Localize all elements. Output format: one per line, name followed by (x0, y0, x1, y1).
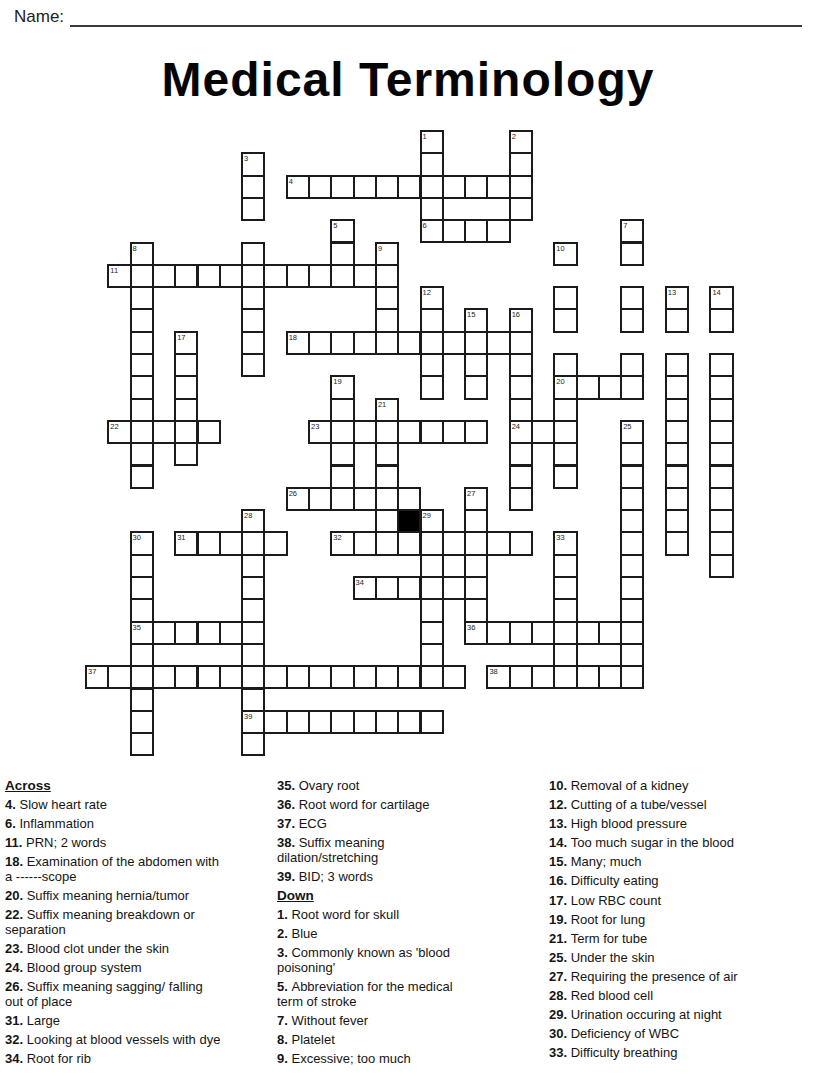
grid-cell[interactable] (420, 598, 444, 622)
grid-cell[interactable]: 22 (107, 420, 131, 444)
down-header: Down (277, 889, 541, 904)
grid-cell[interactable]: 26 (286, 487, 310, 511)
grid-cell[interactable] (576, 375, 600, 399)
cell-number: 23 (311, 422, 319, 431)
grid-cell[interactable] (130, 688, 154, 712)
grid-cell[interactable] (620, 576, 644, 600)
grid-cell[interactable] (375, 420, 399, 444)
grid-cell[interactable] (620, 531, 644, 555)
grid-cell[interactable] (420, 197, 444, 221)
grid-cell[interactable] (442, 665, 466, 689)
grid-cell[interactable] (353, 175, 377, 199)
grid-cell[interactable] (152, 420, 176, 444)
grid-cell[interactable] (241, 308, 265, 332)
grid-cell[interactable] (509, 621, 533, 645)
grid-cell[interactable] (620, 487, 644, 511)
cell-number: 3 (244, 154, 248, 163)
grid-cell[interactable] (130, 398, 154, 422)
grid-cell[interactable] (353, 264, 377, 288)
grid-cell[interactable] (130, 420, 154, 444)
cell-number: 35 (133, 623, 141, 632)
grid-cell[interactable] (330, 398, 354, 422)
grid-cell[interactable] (620, 286, 644, 310)
grid-cell[interactable] (263, 531, 287, 555)
grid-cell[interactable] (709, 420, 733, 444)
grid-cell[interactable] (174, 665, 198, 689)
grid-cell[interactable] (286, 264, 310, 288)
grid-cell[interactable] (130, 375, 154, 399)
grid-cell[interactable] (598, 621, 622, 645)
grid-cell[interactable] (509, 665, 533, 689)
grid-cell[interactable] (397, 665, 421, 689)
grid-cell[interactable] (375, 308, 399, 332)
grid-cell[interactable] (442, 219, 466, 243)
grid-cell[interactable] (308, 665, 332, 689)
grid-cell[interactable]: 11 (107, 264, 131, 288)
grid-cell[interactable]: 21 (375, 398, 399, 422)
grid-cell[interactable] (620, 643, 644, 667)
grid-cell[interactable] (219, 531, 243, 555)
grid-cell[interactable]: 25 (620, 420, 644, 444)
grid-cell[interactable] (509, 353, 533, 377)
grid-cell[interactable] (509, 531, 533, 555)
grid-cell[interactable] (531, 621, 555, 645)
grid-cell[interactable] (107, 665, 131, 689)
grid-cell[interactable]: 36 (464, 621, 488, 645)
clue-across-37: 37. ECG (277, 817, 541, 832)
grid-cell[interactable] (420, 152, 444, 176)
grid-cell[interactable] (709, 465, 733, 489)
grid-cell[interactable] (576, 621, 600, 645)
grid-cell[interactable] (464, 219, 488, 243)
grid-cell[interactable] (553, 665, 577, 689)
grid-cell[interactable] (709, 398, 733, 422)
clue-down-27: 27. Requiring the presence of air (549, 970, 813, 985)
grid-cell[interactable] (241, 598, 265, 622)
grid-cell[interactable] (553, 576, 577, 600)
grid-cell[interactable] (464, 509, 488, 533)
grid-cell[interactable] (665, 398, 689, 422)
grid-cell[interactable]: 4 (286, 175, 310, 199)
grid-cell[interactable] (174, 375, 198, 399)
grid-cell[interactable] (263, 264, 287, 288)
grid-cell[interactable] (553, 598, 577, 622)
grid-cell[interactable] (219, 264, 243, 288)
grid-cell[interactable]: 24 (509, 420, 533, 444)
clue-across-18: 18. Examination of the abdomen witha ---… (5, 855, 269, 884)
grid-cell[interactable] (375, 175, 399, 199)
grid-cell[interactable] (286, 665, 310, 689)
grid-cell[interactable] (130, 710, 154, 734)
clue-down-3: 3. Commonly known as 'bloodpoisoning' (277, 946, 541, 975)
grid-cell[interactable]: 6 (420, 219, 444, 243)
grid-cell[interactable] (241, 197, 265, 221)
grid-cell[interactable] (397, 531, 421, 555)
grid-cell[interactable] (665, 420, 689, 444)
grid-cell[interactable] (709, 353, 733, 377)
grid-cell[interactable]: 33 (553, 531, 577, 555)
grid-cell[interactable] (174, 621, 198, 645)
grid-cell[interactable] (330, 264, 354, 288)
grid-cell[interactable] (620, 442, 644, 466)
grid-cell[interactable] (420, 353, 444, 377)
clue-down-21: 21. Term for tube (549, 932, 813, 947)
grid-cell[interactable] (353, 331, 377, 355)
grid-cell[interactable]: 14 (709, 286, 733, 310)
grid-cell[interactable] (509, 465, 533, 489)
grid-cell[interactable] (709, 442, 733, 466)
grid-cell[interactable] (620, 621, 644, 645)
grid-cell[interactable] (509, 197, 533, 221)
grid-cell[interactable] (553, 353, 577, 377)
name-input-line[interactable] (70, 6, 802, 27)
grid-cell[interactable] (397, 576, 421, 600)
grid-cell[interactable] (620, 509, 644, 533)
grid-cell[interactable] (152, 264, 176, 288)
grid-cell[interactable] (464, 331, 488, 355)
grid-cell[interactable] (241, 175, 265, 199)
cell-number: 34 (356, 578, 364, 587)
clue-across-20: 20. Suffix meaning hernia/tumor (5, 889, 269, 904)
grid-cell[interactable] (620, 308, 644, 332)
clue-across-11: 11. PRN; 2 words (5, 836, 269, 851)
grid-cell[interactable] (241, 688, 265, 712)
grid-cell[interactable] (620, 465, 644, 489)
grid-cell[interactable] (420, 621, 444, 645)
grid-cell[interactable] (553, 554, 577, 578)
grid-cell[interactable]: 19 (330, 375, 354, 399)
grid-cell[interactable]: 23 (308, 420, 332, 444)
grid-cell[interactable] (420, 710, 444, 734)
grid-cell[interactable] (174, 264, 198, 288)
grid-cell[interactable] (375, 710, 399, 734)
grid-cell[interactable]: 5 (330, 219, 354, 243)
clue-across-31: 31. Large (5, 1014, 269, 1029)
clue-across-35: 35. Ovary root (277, 779, 541, 794)
grid-cell[interactable] (509, 175, 533, 199)
grid-cell[interactable] (486, 331, 510, 355)
grid-cell[interactable] (509, 398, 533, 422)
grid-cell[interactable] (375, 509, 399, 533)
grid-cell[interactable] (353, 420, 377, 444)
cell-number: 27 (467, 489, 475, 498)
black-cell (397, 509, 421, 533)
cell-number: 8 (133, 244, 137, 253)
grid-cell[interactable] (464, 175, 488, 199)
grid-cell[interactable] (420, 331, 444, 355)
cell-number: 17 (177, 333, 185, 342)
grid-cell[interactable] (330, 710, 354, 734)
grid-cell[interactable] (174, 353, 198, 377)
grid-cell[interactable]: 30 (130, 531, 154, 555)
grid-cell[interactable] (665, 353, 689, 377)
grid-cell[interactable]: 38 (486, 665, 510, 689)
grid-cell[interactable]: 1 (420, 130, 444, 154)
grid-cell[interactable]: 13 (665, 286, 689, 310)
grid-cell[interactable] (598, 665, 622, 689)
grid-cell[interactable]: 39 (241, 710, 265, 734)
grid-cell[interactable] (420, 175, 444, 199)
grid-cell[interactable] (330, 331, 354, 355)
grid-cell[interactable] (553, 398, 577, 422)
clue-across-4: 4. Slow heart rate (5, 798, 269, 813)
grid-cell[interactable] (152, 665, 176, 689)
grid-cell[interactable] (442, 420, 466, 444)
grid-cell[interactable]: 9 (375, 242, 399, 266)
grid-cell[interactable] (330, 665, 354, 689)
grid-cell[interactable] (509, 152, 533, 176)
grid-cell[interactable] (464, 353, 488, 377)
grid-cell[interactable] (130, 732, 154, 756)
grid-cell[interactable] (397, 331, 421, 355)
grid-cell[interactable] (174, 420, 198, 444)
grid-cell[interactable] (197, 420, 221, 444)
grid-cell[interactable] (375, 286, 399, 310)
grid-cell[interactable] (130, 576, 154, 600)
grid-cell[interactable] (330, 487, 354, 511)
grid-cell[interactable]: 29 (420, 509, 444, 533)
grid-cell[interactable] (665, 375, 689, 399)
grid-cell[interactable] (130, 442, 154, 466)
grid-cell[interactable] (219, 665, 243, 689)
grid-cell[interactable] (353, 665, 377, 689)
clue-down-28: 28. Red blood cell (549, 989, 813, 1004)
grid-cell[interactable]: 2 (509, 130, 533, 154)
grid-cell[interactable] (709, 375, 733, 399)
grid-cell[interactable] (308, 264, 332, 288)
grid-cell[interactable]: 7 (620, 219, 644, 243)
grid-cell[interactable] (442, 576, 466, 600)
grid-cell[interactable]: 16 (509, 308, 533, 332)
grid-cell[interactable] (709, 554, 733, 578)
grid-cell[interactable] (375, 442, 399, 466)
grid-cell[interactable] (130, 554, 154, 578)
grid-cell[interactable] (152, 621, 176, 645)
grid-cell[interactable] (620, 375, 644, 399)
grid-cell[interactable]: 17 (174, 331, 198, 355)
grid-cell[interactable] (353, 710, 377, 734)
grid-cell[interactable] (241, 264, 265, 288)
clue-down-30: 30. Deficiency of WBC (549, 1027, 813, 1042)
grid-cell[interactable] (353, 531, 377, 555)
grid-cell[interactable]: 28 (241, 509, 265, 533)
cell-number: 18 (289, 333, 297, 342)
grid-cell[interactable] (241, 665, 265, 689)
cell-number: 20 (556, 377, 564, 386)
grid-cell[interactable]: 34 (353, 576, 377, 600)
grid-cell[interactable]: 37 (85, 665, 109, 689)
grid-cell[interactable] (420, 308, 444, 332)
grid-cell[interactable] (620, 242, 644, 266)
grid-cell[interactable] (709, 487, 733, 511)
grid-cell[interactable] (420, 643, 444, 667)
grid-cell[interactable] (397, 175, 421, 199)
grid-cell[interactable] (464, 375, 488, 399)
grid-cell[interactable] (397, 487, 421, 511)
grid-cell[interactable] (709, 308, 733, 332)
clue-across-6: 6. Inflammation (5, 817, 269, 832)
grid-cell[interactable] (241, 576, 265, 600)
grid-cell[interactable] (620, 554, 644, 578)
clue-down-17: 17. Low RBC count (549, 894, 813, 909)
grid-cell[interactable] (598, 375, 622, 399)
grid-cell[interactable] (241, 621, 265, 645)
grid-cell[interactable] (308, 331, 332, 355)
grid-cell[interactable] (509, 442, 533, 466)
grid-cell[interactable] (420, 576, 444, 600)
across-clues-col2: 35. Ovary root36. Root word for cartilag… (277, 779, 541, 885)
grid-cell[interactable] (420, 420, 444, 444)
grid-cell[interactable]: 32 (330, 531, 354, 555)
grid-cell[interactable]: 8 (130, 242, 154, 266)
grid-cell[interactable] (263, 665, 287, 689)
grid-cell[interactable] (130, 286, 154, 310)
cell-number: 4 (289, 177, 293, 186)
grid-cell[interactable]: 12 (420, 286, 444, 310)
grid-cell[interactable] (286, 710, 310, 734)
grid-cell[interactable] (375, 665, 399, 689)
cell-number: 31 (177, 533, 185, 542)
grid-cell[interactable]: 10 (553, 242, 577, 266)
clue-down-7: 7. Without fever (277, 1014, 541, 1029)
grid-cell[interactable] (620, 665, 644, 689)
grid-cell[interactable] (464, 598, 488, 622)
grid-cell[interactable] (197, 531, 221, 555)
grid-cell[interactable] (531, 665, 555, 689)
grid-cell[interactable] (308, 487, 332, 511)
grid-cell[interactable] (486, 219, 510, 243)
grid-cell[interactable] (709, 531, 733, 555)
clue-column-1: Across 4. Slow heart rate6. Inflammation… (5, 779, 269, 1071)
grid-cell[interactable] (330, 465, 354, 489)
cell-number: 12 (423, 288, 431, 297)
grid-cell[interactable] (486, 175, 510, 199)
grid-cell[interactable] (553, 465, 577, 489)
cell-number: 22 (110, 422, 118, 431)
grid-cell[interactable] (174, 442, 198, 466)
grid-cell[interactable] (219, 621, 243, 645)
grid-cell[interactable] (197, 665, 221, 689)
grid-cell[interactable] (241, 531, 265, 555)
grid-cell[interactable] (197, 621, 221, 645)
grid-cell[interactable] (420, 375, 444, 399)
grid-cell[interactable] (375, 331, 399, 355)
grid-cell[interactable] (509, 375, 533, 399)
grid-cell[interactable] (665, 308, 689, 332)
grid-cell[interactable] (397, 420, 421, 444)
cell-number: 14 (712, 288, 720, 297)
grid-cell[interactable]: 27 (464, 487, 488, 511)
grid-cell[interactable] (241, 353, 265, 377)
grid-cell[interactable] (486, 621, 510, 645)
grid-cell[interactable] (665, 442, 689, 466)
grid-cell[interactable] (308, 710, 332, 734)
grid-cell[interactable] (197, 264, 221, 288)
grid-cell[interactable] (330, 442, 354, 466)
grid-cell[interactable] (397, 710, 421, 734)
grid-cell[interactable] (420, 531, 444, 555)
grid-cell[interactable] (263, 710, 287, 734)
grid-cell[interactable] (130, 308, 154, 332)
clue-down-14: 14. Too much sugar in the blood (549, 836, 813, 851)
grid-cell[interactable] (665, 509, 689, 533)
grid-cell[interactable] (130, 353, 154, 377)
grid-cell[interactable] (486, 531, 510, 555)
grid-cell[interactable] (420, 665, 444, 689)
grid-cell[interactable]: 20 (553, 375, 577, 399)
cell-number: 25 (623, 422, 631, 431)
grid-cell[interactable] (375, 465, 399, 489)
grid-cell[interactable] (375, 264, 399, 288)
grid-cell[interactable] (241, 554, 265, 578)
grid-cell[interactable] (464, 420, 488, 444)
grid-cell[interactable] (665, 465, 689, 489)
grid-cell[interactable] (553, 643, 577, 667)
grid-cell[interactable] (553, 286, 577, 310)
grid-cell[interactable] (620, 353, 644, 377)
grid-cell[interactable] (241, 643, 265, 667)
grid-cell[interactable] (553, 420, 577, 444)
grid-cell[interactable] (620, 598, 644, 622)
grid-cell[interactable]: 3 (241, 152, 265, 176)
grid-cell[interactable]: 15 (464, 308, 488, 332)
grid-cell[interactable] (330, 242, 354, 266)
grid-cell[interactable] (553, 442, 577, 466)
grid-cell[interactable] (353, 487, 377, 511)
grid-cell[interactable] (241, 286, 265, 310)
grid-cell[interactable] (442, 331, 466, 355)
grid-cell[interactable] (553, 621, 577, 645)
grid-cell[interactable] (241, 242, 265, 266)
grid-cell[interactable] (130, 264, 154, 288)
grid-cell[interactable] (442, 531, 466, 555)
grid-cell[interactable] (130, 465, 154, 489)
clue-down-15: 15. Many; much (549, 855, 813, 870)
cell-number: 11 (110, 266, 118, 275)
grid-cell[interactable] (375, 487, 399, 511)
grid-cell[interactable] (375, 576, 399, 600)
grid-cell[interactable] (665, 487, 689, 511)
grid-cell[interactable] (130, 643, 154, 667)
grid-cell[interactable] (531, 420, 555, 444)
grid-cell[interactable] (308, 175, 332, 199)
grid-cell[interactable] (241, 331, 265, 355)
grid-cell[interactable] (553, 308, 577, 332)
grid-cell[interactable]: 35 (130, 621, 154, 645)
grid-cell[interactable] (464, 554, 488, 578)
grid-cell[interactable] (509, 331, 533, 355)
grid-cell[interactable]: 18 (286, 331, 310, 355)
grid-cell[interactable] (464, 576, 488, 600)
grid-cell[interactable] (330, 420, 354, 444)
clue-down-2: 2. Blue (277, 927, 541, 942)
grid-cell[interactable] (420, 554, 444, 578)
grid-cell[interactable] (130, 598, 154, 622)
grid-cell[interactable] (576, 665, 600, 689)
grid-cell[interactable] (174, 398, 198, 422)
grid-cell[interactable] (665, 531, 689, 555)
grid-cell[interactable] (241, 732, 265, 756)
grid-cell[interactable] (509, 487, 533, 511)
grid-cell[interactable] (375, 531, 399, 555)
grid-cell[interactable] (130, 331, 154, 355)
grid-cell[interactable] (130, 665, 154, 689)
grid-cell[interactable] (442, 175, 466, 199)
grid-cell[interactable]: 31 (174, 531, 198, 555)
grid-cell[interactable] (330, 175, 354, 199)
grid-cell[interactable] (464, 531, 488, 555)
grid-cell[interactable] (709, 509, 733, 533)
